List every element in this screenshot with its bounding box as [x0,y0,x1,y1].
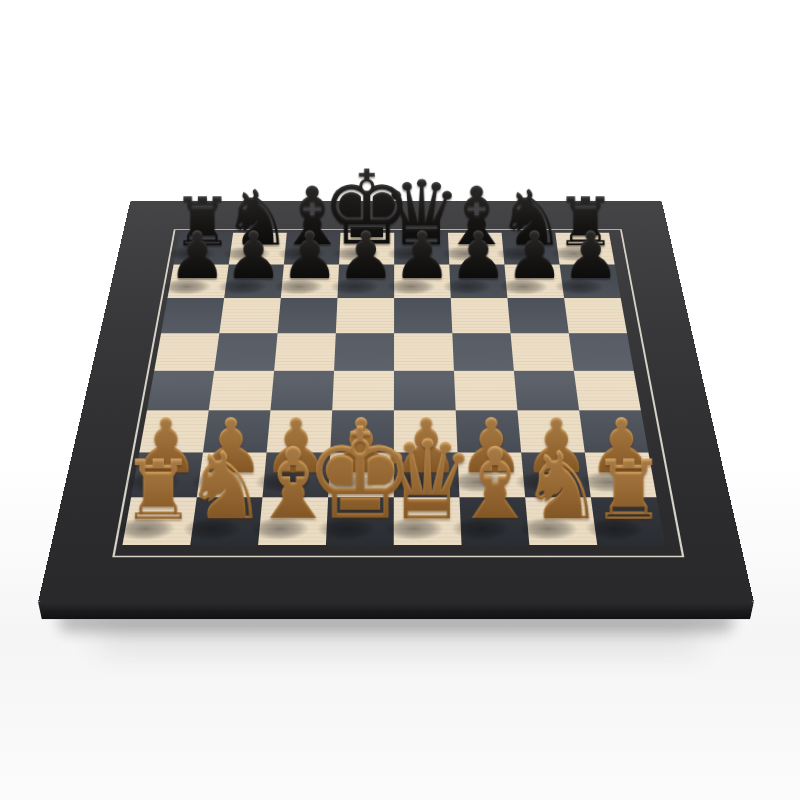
piece-black-pawn: ♟ [393,222,452,288]
piece-black-pawn: ♟ [337,222,396,288]
square-e6 [394,298,452,333]
square-g6 [507,298,568,333]
piece-black-pawn: ♟ [449,222,508,288]
board-pinstripe-frame: ♜♞♝♚♛♝♞♜♟♟♟♟♟♟♟♟♟♟♟♟♟♟♟♟♜♞♝♚♛♝♞♜ [112,229,684,557]
board-front-edge [38,602,754,619]
square-a5 [154,333,219,370]
square-b5 [214,333,277,370]
piece-white-king: ♚ [304,411,417,537]
piece-black-pawn: ♟ [224,222,283,288]
piece-black-pawn: ♟ [280,222,339,288]
square-h7: ♟ [560,264,621,297]
photo-stage: ♜♞♝♚♛♝♞♜♟♟♟♟♟♟♟♟♟♟♟♟♟♟♟♟♜♞♝♚♛♝♞♜ [0,0,800,800]
square-f5 [452,333,514,370]
square-c6 [278,298,338,333]
piece-black-pawn: ♟ [168,222,227,288]
chess-board-grid: ♜♞♝♚♛♝♞♜♟♟♟♟♟♟♟♟♟♟♟♟♟♟♟♟♜♞♝♚♛♝♞♜ [122,233,665,545]
square-d6 [336,298,394,333]
piece-black-pawn: ♟ [505,222,564,288]
square-h6 [564,298,627,333]
square-b6 [219,298,281,333]
piece-black-pawn: ♟ [561,222,620,288]
square-c5 [274,333,336,370]
square-a6 [161,298,224,333]
square-d5 [334,333,394,370]
square-h5 [569,333,634,370]
square-g5 [511,333,574,370]
square-f6 [451,298,511,333]
chess-board: ♜♞♝♚♛♝♞♜♟♟♟♟♟♟♟♟♟♟♟♟♟♟♟♟♜♞♝♚♛♝♞♜ [38,201,754,602]
square-e5 [394,333,454,370]
